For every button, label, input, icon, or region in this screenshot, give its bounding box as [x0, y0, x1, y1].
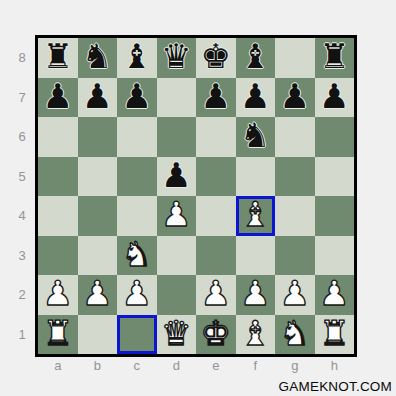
- black-king-icon[interactable]: ♚: [201, 37, 231, 77]
- square-b8[interactable]: ♞: [78, 38, 118, 78]
- square-g6[interactable]: [275, 117, 315, 157]
- file-label-e: e: [196, 357, 236, 374]
- white-pawn-icon[interactable]: ♟: [201, 274, 231, 314]
- square-c1[interactable]: [117, 315, 157, 355]
- square-h3[interactable]: [315, 236, 355, 276]
- black-bishop-icon[interactable]: ♝: [122, 37, 152, 77]
- square-d1[interactable]: ♛: [157, 315, 197, 355]
- square-d8[interactable]: ♛: [157, 38, 197, 78]
- white-pawn-icon[interactable]: ♟: [280, 274, 310, 314]
- square-f1[interactable]: ♝: [236, 315, 276, 355]
- white-pawn-icon[interactable]: ♟: [122, 274, 152, 314]
- square-c5[interactable]: [117, 157, 157, 197]
- square-h4[interactable]: [315, 196, 355, 236]
- square-c6[interactable]: [117, 117, 157, 157]
- chess-board[interactable]: ♜♞♝♛♚♝♜♟♟♟♟♟♟♟♞♟♟♝♞♟♟♟♟♟♟♟♜♛♚♝♞♜: [35, 35, 357, 357]
- square-g5[interactable]: [275, 157, 315, 197]
- black-pawn-icon[interactable]: ♟: [319, 77, 349, 117]
- square-b7[interactable]: ♟: [78, 78, 118, 118]
- square-g3[interactable]: [275, 236, 315, 276]
- square-c4[interactable]: [117, 196, 157, 236]
- file-label-f: f: [236, 357, 276, 374]
- black-pawn-icon[interactable]: ♟: [43, 77, 73, 117]
- square-d5[interactable]: ♟: [157, 157, 197, 197]
- rank-label-2: 2: [10, 275, 34, 315]
- square-g2[interactable]: ♟: [275, 275, 315, 315]
- square-a6[interactable]: [38, 117, 78, 157]
- black-bishop-icon[interactable]: ♝: [240, 37, 270, 77]
- black-pawn-icon[interactable]: ♟: [161, 156, 191, 196]
- square-a7[interactable]: ♟: [38, 78, 78, 118]
- white-pawn-icon[interactable]: ♟: [161, 195, 191, 235]
- square-e4[interactable]: [196, 196, 236, 236]
- square-h5[interactable]: [315, 157, 355, 197]
- square-b1[interactable]: [78, 315, 118, 355]
- rank-labels: 87654321: [10, 38, 34, 354]
- square-a8[interactable]: ♜: [38, 38, 78, 78]
- white-knight-icon[interactable]: ♞: [280, 314, 310, 354]
- black-pawn-icon[interactable]: ♟: [201, 77, 231, 117]
- square-b6[interactable]: [78, 117, 118, 157]
- file-label-g: g: [275, 357, 315, 374]
- rank-label-3: 3: [10, 236, 34, 276]
- chess-game-view: 87654321 ♜♞♝♛♚♝♜♟♟♟♟♟♟♟♞♟♟♝♞♟♟♟♟♟♟♟♜♛♚♝♞…: [0, 0, 396, 396]
- black-rook-icon[interactable]: ♜: [43, 37, 73, 77]
- square-a2[interactable]: ♟: [38, 275, 78, 315]
- square-a1[interactable]: ♜: [38, 315, 78, 355]
- black-rook-icon[interactable]: ♜: [319, 37, 349, 77]
- square-b2[interactable]: ♟: [78, 275, 118, 315]
- square-f8[interactable]: ♝: [236, 38, 276, 78]
- white-pawn-icon[interactable]: ♟: [82, 274, 112, 314]
- square-d6[interactable]: [157, 117, 197, 157]
- square-b3[interactable]: [78, 236, 118, 276]
- rank-label-4: 4: [10, 196, 34, 236]
- black-queen-icon[interactable]: ♛: [161, 37, 191, 77]
- white-bishop-icon[interactable]: ♝: [240, 314, 270, 354]
- square-e6[interactable]: [196, 117, 236, 157]
- rank-label-1: 1: [10, 315, 34, 355]
- file-label-b: b: [78, 357, 118, 374]
- file-labels: abcdefgh: [38, 357, 354, 374]
- square-d3[interactable]: [157, 236, 197, 276]
- square-e1[interactable]: ♚: [196, 315, 236, 355]
- square-e3[interactable]: [196, 236, 236, 276]
- square-h8[interactable]: ♜: [315, 38, 355, 78]
- rank-label-5: 5: [10, 157, 34, 197]
- square-b4[interactable]: [78, 196, 118, 236]
- white-pawn-icon[interactable]: ♟: [319, 274, 349, 314]
- file-label-h: h: [315, 357, 355, 374]
- square-d7[interactable]: [157, 78, 197, 118]
- square-c8[interactable]: ♝: [117, 38, 157, 78]
- white-knight-icon[interactable]: ♞: [122, 235, 152, 275]
- white-pawn-icon[interactable]: ♟: [43, 274, 73, 314]
- black-pawn-icon[interactable]: ♟: [82, 77, 112, 117]
- white-bishop-icon[interactable]: ♝: [240, 195, 270, 235]
- square-e7[interactable]: ♟: [196, 78, 236, 118]
- white-rook-icon[interactable]: ♜: [43, 314, 73, 354]
- white-pawn-icon[interactable]: ♟: [240, 274, 270, 314]
- square-f4[interactable]: ♝: [236, 196, 276, 236]
- square-g4[interactable]: [275, 196, 315, 236]
- square-f5[interactable]: [236, 157, 276, 197]
- square-e2[interactable]: ♟: [196, 275, 236, 315]
- square-d4[interactable]: ♟: [157, 196, 197, 236]
- file-label-d: d: [157, 357, 197, 374]
- square-b5[interactable]: [78, 157, 118, 197]
- black-pawn-icon[interactable]: ♟: [240, 77, 270, 117]
- white-king-icon[interactable]: ♚: [201, 314, 231, 354]
- square-f6[interactable]: ♞: [236, 117, 276, 157]
- square-f3[interactable]: [236, 236, 276, 276]
- square-a4[interactable]: [38, 196, 78, 236]
- file-label-a: a: [38, 357, 78, 374]
- black-pawn-icon[interactable]: ♟: [122, 77, 152, 117]
- square-h6[interactable]: [315, 117, 355, 157]
- black-knight-icon[interactable]: ♞: [82, 37, 112, 77]
- square-c2[interactable]: ♟: [117, 275, 157, 315]
- square-c3[interactable]: ♞: [117, 236, 157, 276]
- square-g1[interactable]: ♞: [275, 315, 315, 355]
- square-h2[interactable]: ♟: [315, 275, 355, 315]
- square-g8[interactable]: [275, 38, 315, 78]
- square-d2[interactable]: [157, 275, 197, 315]
- rank-label-7: 7: [10, 78, 34, 118]
- square-g7[interactable]: ♟: [275, 78, 315, 118]
- rank-label-6: 6: [10, 117, 34, 157]
- black-knight-icon[interactable]: ♞: [240, 116, 270, 156]
- square-f2[interactable]: ♟: [236, 275, 276, 315]
- file-label-c: c: [117, 357, 157, 374]
- square-h7[interactable]: ♟: [315, 78, 355, 118]
- square-c7[interactable]: ♟: [117, 78, 157, 118]
- square-e8[interactable]: ♚: [196, 38, 236, 78]
- black-pawn-icon[interactable]: ♟: [280, 77, 310, 117]
- square-h1[interactable]: ♜: [315, 315, 355, 355]
- white-queen-icon[interactable]: ♛: [161, 314, 191, 354]
- square-a3[interactable]: [38, 236, 78, 276]
- white-rook-icon[interactable]: ♜: [319, 314, 349, 354]
- square-f7[interactable]: ♟: [236, 78, 276, 118]
- square-a5[interactable]: [38, 157, 78, 197]
- rank-label-8: 8: [10, 38, 34, 78]
- site-watermark: GAMEKNOT.COM: [279, 379, 392, 394]
- square-e5[interactable]: [196, 157, 236, 197]
